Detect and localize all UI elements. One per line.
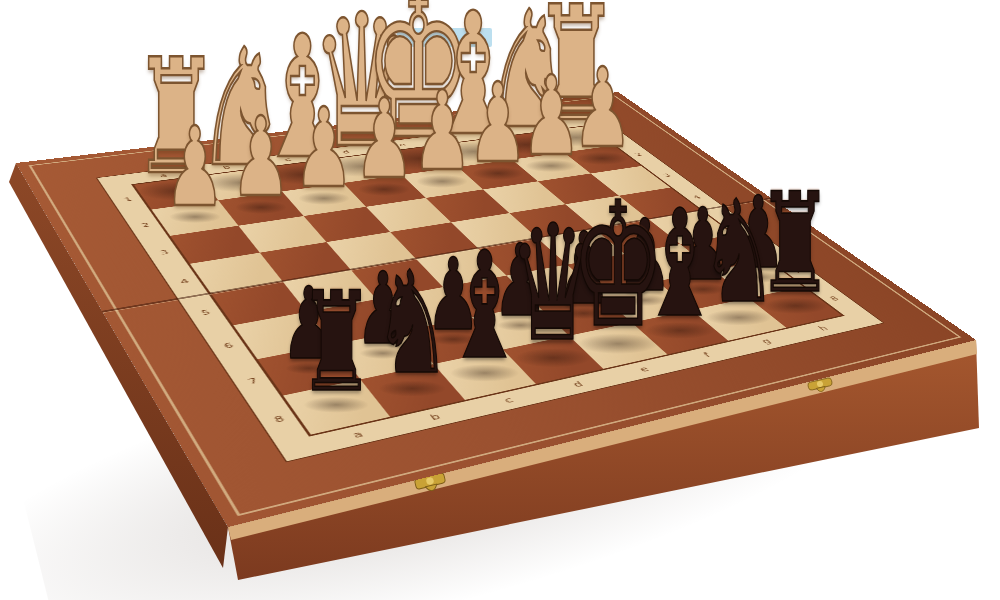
chess-set-photo: 1122334455667788aabbccddeeffgghh ♜♞♝♛♚♝♞…	[0, 0, 1000, 600]
